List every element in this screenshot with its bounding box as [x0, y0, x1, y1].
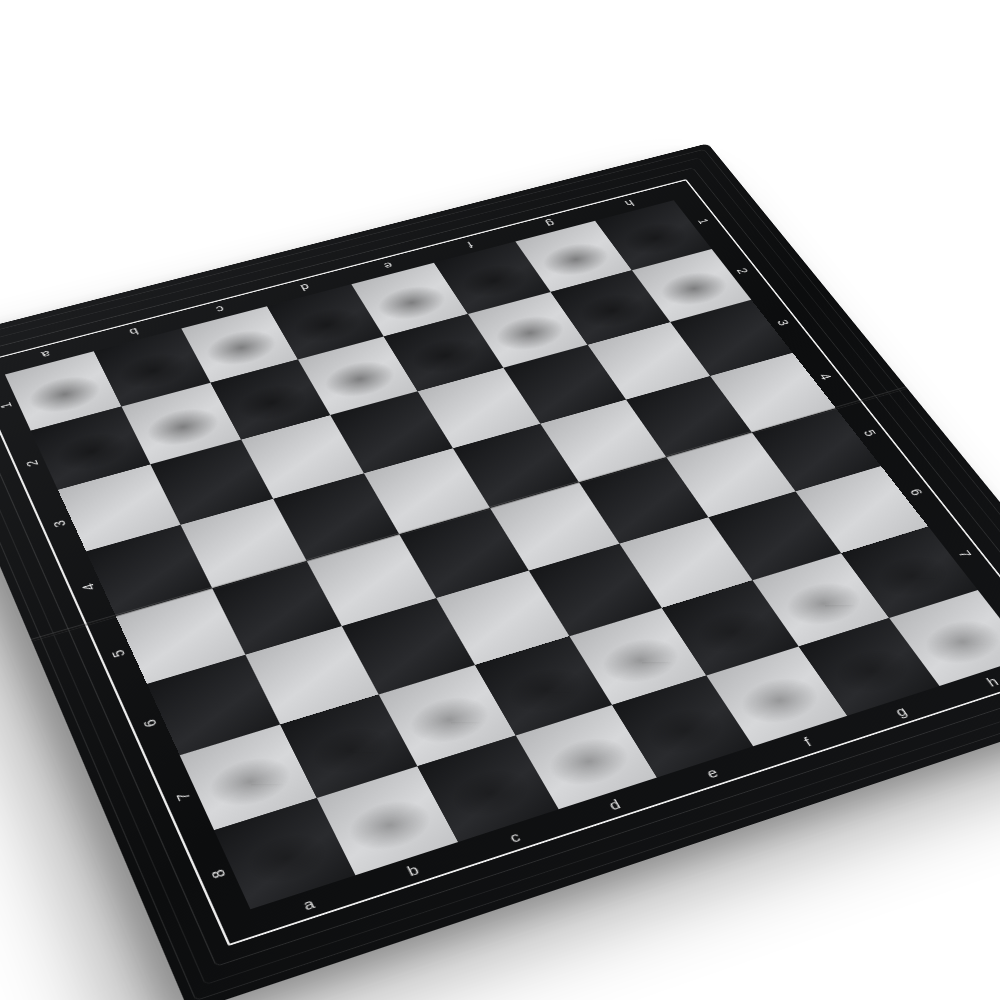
white-rook-glyph: ♜ [236, 758, 339, 868]
black-pawn-glyph: ♟ [411, 287, 483, 363]
white-knight-glyph: ♞ [336, 717, 447, 834]
black-pawn-glyph: ♟ [325, 310, 397, 387]
square-a8: ♜ [214, 798, 355, 909]
black-pawn-glyph: ♟ [660, 222, 730, 296]
squares-grid: ♜♞♝♛♚♝♞♜♟♟♟♟♟♟♟♟♟♟♟♟♟♟♟♟♜♞♝♛♚♝♞♜ [5, 200, 1000, 909]
white-rook-glyph: ♜ [916, 549, 1000, 651]
chess-board: abcdefgh abcdefgh 12345678 12345678 ♜♞♝♛… [0, 143, 1000, 1000]
white-bishop-glyph: ♝ [435, 682, 549, 803]
black-pawn-glyph: ♟ [237, 333, 310, 410]
perspective-scene: abcdefgh abcdefgh 12345678 12345678 ♜♞♝♛… [0, 0, 1000, 1000]
black-pawn-glyph: ♟ [56, 381, 130, 460]
black-pawn-glyph: ♟ [496, 265, 567, 340]
white-knight-glyph: ♞ [821, 568, 926, 679]
black-pawn-glyph: ♟ [147, 357, 221, 435]
black-pawn-glyph: ♟ [579, 243, 649, 318]
product-photo-stage: abcdefgh abcdefgh 12345678 12345678 ♜♞♝♛… [0, 0, 1000, 1000]
